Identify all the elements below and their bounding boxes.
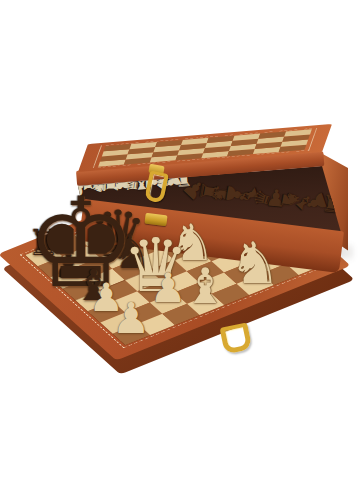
light-pawn: ♟ xyxy=(89,278,124,317)
light-pawn: ♟ xyxy=(150,268,187,309)
light-pawn: ♟ xyxy=(112,298,150,341)
dark-knight: ♞ xyxy=(109,228,152,276)
chess-set-product-photo: ♟♝♞♜♟♛♝♟♞♟♜ ♟♜♞♟♝♛♟♞♝♟♜♟♚ ♜♟♛♚♞♝♞♟♛♟♟♝♞ xyxy=(0,0,360,482)
light-bishop: ♝ xyxy=(183,262,227,311)
light-knight: ♞ xyxy=(229,235,281,293)
dark-pawn: ♟ xyxy=(54,249,84,283)
dark-king: ♚ xyxy=(26,183,137,307)
dark-queen: ♛ xyxy=(90,203,147,267)
dark-bishop: ♝ xyxy=(74,264,112,307)
pieces-layer: ♜♟♛♚♞♝♞♟♛♟♟♝♞ xyxy=(0,0,360,482)
light-queen: ♛ xyxy=(122,228,188,302)
dark-rook: ♜ xyxy=(27,225,59,261)
light-knight: ♞ xyxy=(170,217,215,267)
